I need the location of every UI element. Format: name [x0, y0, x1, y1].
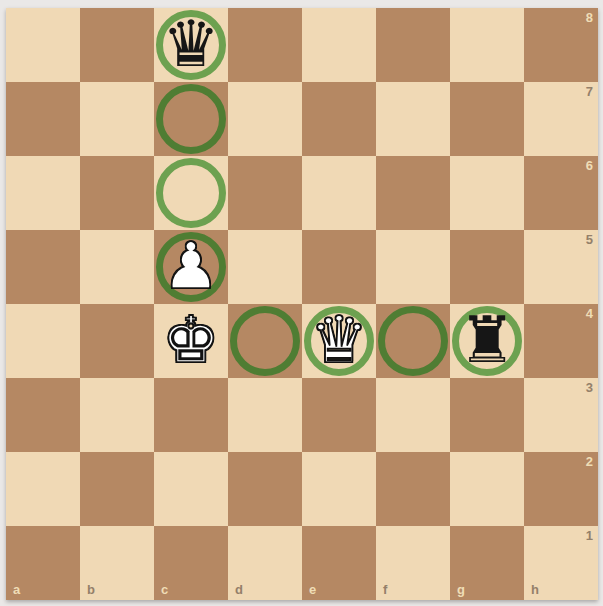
square-c3[interactable]: [154, 378, 228, 452]
square-h6[interactable]: 6: [524, 156, 598, 230]
file-label-a: a: [13, 582, 20, 597]
white-king[interactable]: ♚: [154, 303, 228, 377]
square-g1[interactable]: g: [450, 526, 524, 600]
square-c8[interactable]: ♛: [154, 8, 228, 82]
square-g2[interactable]: [450, 452, 524, 526]
rank-label-3: 3: [586, 380, 593, 395]
move-highlight-circle-f4: [378, 306, 448, 376]
square-d2[interactable]: [228, 452, 302, 526]
square-d7[interactable]: [228, 82, 302, 156]
square-c2[interactable]: [154, 452, 228, 526]
square-g8[interactable]: [450, 8, 524, 82]
square-b1[interactable]: b: [80, 526, 154, 600]
square-h8[interactable]: 8: [524, 8, 598, 82]
square-f6[interactable]: [376, 156, 450, 230]
white-pawn[interactable]: ♟︎: [154, 229, 228, 303]
square-b2[interactable]: [80, 452, 154, 526]
square-e3[interactable]: [302, 378, 376, 452]
square-e8[interactable]: [302, 8, 376, 82]
rank-label-5: 5: [586, 232, 593, 247]
square-f1[interactable]: f: [376, 526, 450, 600]
square-a7[interactable]: [6, 82, 80, 156]
square-h1[interactable]: 1h: [524, 526, 598, 600]
square-f5[interactable]: [376, 230, 450, 304]
file-label-f: f: [383, 582, 387, 597]
file-label-g: g: [457, 582, 465, 597]
square-f7[interactable]: [376, 82, 450, 156]
square-e5[interactable]: [302, 230, 376, 304]
square-h2[interactable]: 2: [524, 452, 598, 526]
square-a5[interactable]: [6, 230, 80, 304]
square-f8[interactable]: [376, 8, 450, 82]
square-g4[interactable]: ♜: [450, 304, 524, 378]
square-e7[interactable]: [302, 82, 376, 156]
square-c1[interactable]: c: [154, 526, 228, 600]
square-e2[interactable]: [302, 452, 376, 526]
square-b6[interactable]: [80, 156, 154, 230]
square-d5[interactable]: [228, 230, 302, 304]
square-b4[interactable]: [80, 304, 154, 378]
square-h5[interactable]: 5: [524, 230, 598, 304]
square-d4[interactable]: [228, 304, 302, 378]
square-g7[interactable]: [450, 82, 524, 156]
square-g5[interactable]: [450, 230, 524, 304]
page-background: { "game": "chess", "position": { "fen": …: [0, 0, 603, 606]
white-queen[interactable]: ♛: [302, 303, 376, 377]
rank-label-4: 4: [586, 306, 593, 321]
square-g3[interactable]: [450, 378, 524, 452]
square-f3[interactable]: [376, 378, 450, 452]
square-c4[interactable]: ♚: [154, 304, 228, 378]
rank-label-6: 6: [586, 158, 593, 173]
square-d6[interactable]: [228, 156, 302, 230]
square-a4[interactable]: [6, 304, 80, 378]
square-c7[interactable]: [154, 82, 228, 156]
square-c6[interactable]: [154, 156, 228, 230]
square-d3[interactable]: [228, 378, 302, 452]
square-a1[interactable]: a: [6, 526, 80, 600]
square-h7[interactable]: 7: [524, 82, 598, 156]
square-e4[interactable]: ♛: [302, 304, 376, 378]
square-b8[interactable]: [80, 8, 154, 82]
file-label-e: e: [309, 582, 316, 597]
square-b3[interactable]: [80, 378, 154, 452]
square-h4[interactable]: 4: [524, 304, 598, 378]
file-label-d: d: [235, 582, 243, 597]
rank-label-2: 2: [586, 454, 593, 469]
square-f2[interactable]: [376, 452, 450, 526]
rank-label-7: 7: [586, 84, 593, 99]
square-b5[interactable]: [80, 230, 154, 304]
square-b7[interactable]: [80, 82, 154, 156]
file-label-c: c: [161, 582, 168, 597]
black-rook[interactable]: ♜: [450, 303, 524, 377]
black-queen[interactable]: ♛: [154, 7, 228, 81]
square-g6[interactable]: [450, 156, 524, 230]
square-a3[interactable]: [6, 378, 80, 452]
square-h3[interactable]: 3: [524, 378, 598, 452]
square-e1[interactable]: e: [302, 526, 376, 600]
file-label-h: h: [531, 582, 539, 597]
square-a8[interactable]: [6, 8, 80, 82]
move-highlight-circle-c7: [156, 84, 226, 154]
rank-label-8: 8: [586, 10, 593, 25]
square-e6[interactable]: [302, 156, 376, 230]
move-highlight-circle-c6: [156, 158, 226, 228]
move-highlight-circle-d4: [230, 306, 300, 376]
chess-board: ♛876♟︎5♚♛♜432abcdefg1h: [6, 8, 598, 600]
square-a6[interactable]: [6, 156, 80, 230]
rank-label-1: 1: [586, 528, 593, 543]
square-d8[interactable]: [228, 8, 302, 82]
square-f4[interactable]: [376, 304, 450, 378]
square-a2[interactable]: [6, 452, 80, 526]
square-c5[interactable]: ♟︎: [154, 230, 228, 304]
file-label-b: b: [87, 582, 95, 597]
square-d1[interactable]: d: [228, 526, 302, 600]
